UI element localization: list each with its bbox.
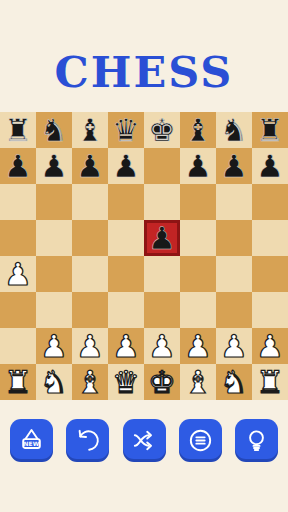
square-b7[interactable]: ♟ [36, 148, 72, 184]
square-d3[interactable] [108, 292, 144, 328]
square-c5[interactable] [72, 220, 108, 256]
square-b4[interactable] [36, 256, 72, 292]
white-pawn[interactable]: ♟ [76, 328, 104, 364]
square-h2[interactable]: ♟ [252, 328, 288, 364]
square-e8[interactable]: ♚ [144, 112, 180, 148]
black-pawn[interactable]: ♟ [40, 148, 68, 184]
square-d1[interactable]: ♛ [108, 364, 144, 400]
square-g1[interactable]: ♞ [216, 364, 252, 400]
page-title: CHESS [0, 0, 288, 94]
square-d8[interactable]: ♛ [108, 112, 144, 148]
square-g2[interactable]: ♟ [216, 328, 252, 364]
square-a6[interactable] [0, 184, 36, 220]
square-a3[interactable] [0, 292, 36, 328]
square-h7[interactable]: ♟ [252, 148, 288, 184]
black-pawn[interactable]: ♟ [112, 148, 140, 184]
lightbulb-icon [243, 427, 270, 454]
square-e5[interactable]: ♟ [144, 220, 180, 256]
square-a2[interactable] [0, 328, 36, 364]
square-b6[interactable] [36, 184, 72, 220]
white-knight[interactable]: ♞ [40, 364, 68, 400]
square-d5[interactable] [108, 220, 144, 256]
shuffle-button[interactable] [123, 419, 166, 462]
black-knight[interactable]: ♞ [40, 112, 68, 148]
square-h3[interactable] [252, 292, 288, 328]
square-e6[interactable] [144, 184, 180, 220]
undo-button[interactable] [66, 419, 109, 462]
square-b5[interactable] [36, 220, 72, 256]
black-pawn[interactable]: ♟ [184, 148, 212, 184]
new-game-button[interactable]: NEW [10, 419, 53, 462]
menu-button[interactable] [179, 419, 222, 462]
black-queen[interactable]: ♛ [112, 112, 140, 148]
square-h6[interactable] [252, 184, 288, 220]
white-bishop[interactable]: ♝ [76, 364, 104, 400]
square-g4[interactable] [216, 256, 252, 292]
white-queen[interactable]: ♛ [112, 364, 140, 400]
square-c8[interactable]: ♝ [72, 112, 108, 148]
square-b8[interactable]: ♞ [36, 112, 72, 148]
white-king[interactable]: ♚ [148, 364, 176, 400]
square-b3[interactable] [36, 292, 72, 328]
black-bishop[interactable]: ♝ [76, 112, 104, 148]
square-f4[interactable] [180, 256, 216, 292]
undo-arrow-icon [74, 427, 101, 454]
square-b1[interactable]: ♞ [36, 364, 72, 400]
square-a4[interactable]: ♟ [0, 256, 36, 292]
white-pawn[interactable]: ♟ [112, 328, 140, 364]
black-pawn[interactable]: ♟ [4, 148, 32, 184]
square-c4[interactable] [72, 256, 108, 292]
hint-button[interactable] [235, 419, 278, 462]
square-f8[interactable]: ♝ [180, 112, 216, 148]
menu-circle-icon [187, 427, 214, 454]
square-h4[interactable] [252, 256, 288, 292]
black-bishop[interactable]: ♝ [184, 112, 212, 148]
white-pawn[interactable]: ♟ [256, 328, 284, 364]
toolbar: NEW [0, 419, 288, 462]
square-c1[interactable]: ♝ [72, 364, 108, 400]
black-pawn[interactable]: ♟ [256, 148, 284, 184]
black-pawn[interactable]: ♟ [148, 220, 176, 256]
square-a1[interactable]: ♜ [0, 364, 36, 400]
square-e3[interactable] [144, 292, 180, 328]
white-pawn[interactable]: ♟ [4, 256, 32, 292]
square-a7[interactable]: ♟ [0, 148, 36, 184]
square-c3[interactable] [72, 292, 108, 328]
white-pawn[interactable]: ♟ [40, 328, 68, 364]
square-h1[interactable]: ♜ [252, 364, 288, 400]
square-b2[interactable]: ♟ [36, 328, 72, 364]
black-rook[interactable]: ♜ [4, 112, 32, 148]
square-c7[interactable]: ♟ [72, 148, 108, 184]
square-e4[interactable] [144, 256, 180, 292]
white-rook[interactable]: ♜ [256, 364, 284, 400]
square-c2[interactable]: ♟ [72, 328, 108, 364]
square-e1[interactable]: ♚ [144, 364, 180, 400]
square-g7[interactable]: ♟ [216, 148, 252, 184]
square-f7[interactable]: ♟ [180, 148, 216, 184]
black-pawn[interactable]: ♟ [76, 148, 104, 184]
white-rook[interactable]: ♜ [4, 364, 32, 400]
square-e7[interactable] [144, 148, 180, 184]
square-d4[interactable] [108, 256, 144, 292]
new-game-sign-icon: NEW [18, 427, 45, 454]
white-pawn[interactable]: ♟ [184, 328, 212, 364]
square-g5[interactable] [216, 220, 252, 256]
square-g6[interactable] [216, 184, 252, 220]
square-f5[interactable] [180, 220, 216, 256]
white-knight[interactable]: ♞ [220, 364, 248, 400]
square-d6[interactable] [108, 184, 144, 220]
square-c6[interactable] [72, 184, 108, 220]
black-rook[interactable]: ♜ [256, 112, 284, 148]
square-g8[interactable]: ♞ [216, 112, 252, 148]
white-bishop[interactable]: ♝ [184, 364, 212, 400]
square-d2[interactable]: ♟ [108, 328, 144, 364]
square-d7[interactable]: ♟ [108, 148, 144, 184]
square-a8[interactable]: ♜ [0, 112, 36, 148]
square-f2[interactable]: ♟ [180, 328, 216, 364]
black-pawn[interactable]: ♟ [220, 148, 248, 184]
black-king[interactable]: ♚ [148, 112, 176, 148]
square-h8[interactable]: ♜ [252, 112, 288, 148]
square-f6[interactable] [180, 184, 216, 220]
black-knight[interactable]: ♞ [220, 112, 248, 148]
new-label: NEW [23, 441, 39, 447]
square-a5[interactable] [0, 220, 36, 256]
shuffle-arrows-icon [131, 427, 158, 454]
square-h5[interactable] [252, 220, 288, 256]
square-f1[interactable]: ♝ [180, 364, 216, 400]
white-pawn[interactable]: ♟ [220, 328, 248, 364]
chess-board: ♜♞♝♛♚♝♞♜♟♟♟♟♟♟♟♟♟♟♟♟♟♟♟♟♜♞♝♛♚♝♞♜ [0, 112, 288, 400]
square-e2[interactable]: ♟ [144, 328, 180, 364]
white-pawn[interactable]: ♟ [148, 328, 176, 364]
square-g3[interactable] [216, 292, 252, 328]
square-f3[interactable] [180, 292, 216, 328]
